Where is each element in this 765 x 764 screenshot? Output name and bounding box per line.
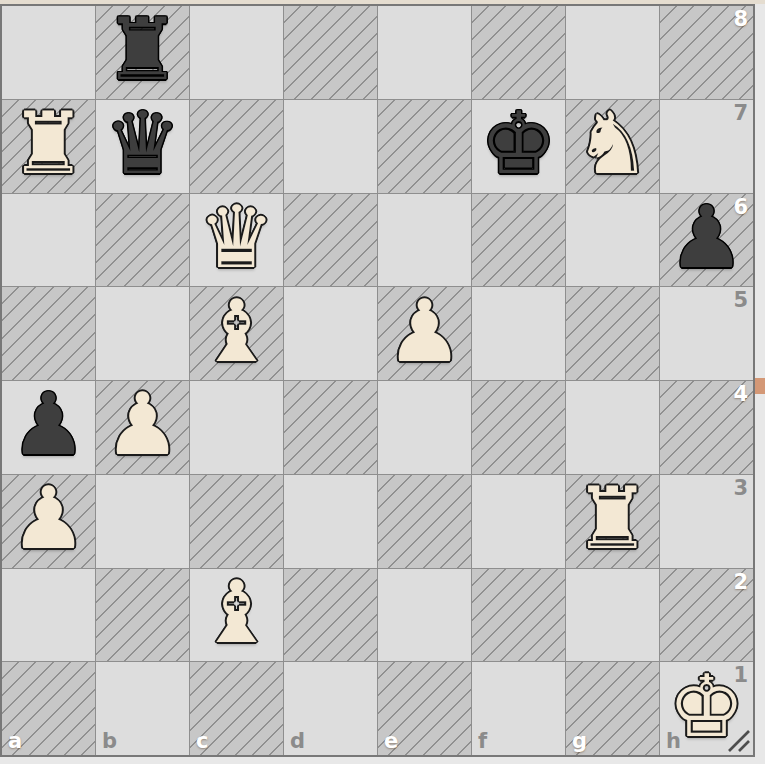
square-d6[interactable]: [284, 194, 377, 287]
square-b5[interactable]: [96, 287, 189, 380]
white-bishop-piece[interactable]: ♝: [198, 288, 275, 374]
square-d7[interactable]: [284, 100, 377, 193]
rank-label-4: 4: [733, 384, 748, 405]
square-c1[interactable]: c: [190, 662, 283, 755]
square-c7[interactable]: [190, 100, 283, 193]
file-label-e: e: [384, 731, 398, 752]
square-c8[interactable]: [190, 6, 283, 99]
square-a6[interactable]: [2, 194, 95, 287]
resize-grip-icon[interactable]: [725, 727, 751, 753]
chess-board-frame: ♜8♜♛♚♞7♛♟6♝♟5♟♟4♟♜3♝2abcdefg♚1h: [0, 4, 755, 757]
white-pawn-piece[interactable]: ♟: [104, 381, 181, 467]
white-pawn-piece[interactable]: ♟: [386, 288, 463, 374]
black-pawn-piece[interactable]: ♟: [10, 381, 87, 467]
square-e8[interactable]: [378, 6, 471, 99]
square-a3[interactable]: ♟: [2, 475, 95, 568]
white-knight-piece[interactable]: ♞: [574, 100, 651, 186]
square-a4[interactable]: ♟: [2, 381, 95, 474]
white-queen-piece[interactable]: ♛: [198, 194, 275, 280]
square-e2[interactable]: [378, 569, 471, 662]
square-b1[interactable]: b: [96, 662, 189, 755]
square-g5[interactable]: [566, 287, 659, 380]
square-a8[interactable]: [2, 6, 95, 99]
square-e3[interactable]: [378, 475, 471, 568]
square-g2[interactable]: [566, 569, 659, 662]
white-rook-piece[interactable]: ♜: [10, 100, 87, 186]
black-king-piece[interactable]: ♚: [480, 100, 557, 186]
square-h8[interactable]: 8: [660, 6, 753, 99]
square-d4[interactable]: [284, 381, 377, 474]
white-bishop-piece[interactable]: ♝: [198, 569, 275, 655]
square-f7[interactable]: ♚: [472, 100, 565, 193]
square-d5[interactable]: [284, 287, 377, 380]
square-c4[interactable]: [190, 381, 283, 474]
black-rook-piece[interactable]: ♜: [104, 6, 181, 92]
rank-label-7: 7: [733, 103, 748, 124]
square-b2[interactable]: [96, 569, 189, 662]
square-c3[interactable]: [190, 475, 283, 568]
square-a5[interactable]: [2, 287, 95, 380]
square-f8[interactable]: [472, 6, 565, 99]
accent-marker[interactable]: [755, 378, 765, 394]
chess-board: ♜8♜♛♚♞7♛♟6♝♟5♟♟4♟♜3♝2abcdefg♚1h: [2, 6, 753, 755]
file-label-f: f: [478, 731, 487, 752]
square-f1[interactable]: f: [472, 662, 565, 755]
square-e7[interactable]: [378, 100, 471, 193]
square-b4[interactable]: ♟: [96, 381, 189, 474]
square-f4[interactable]: [472, 381, 565, 474]
square-g1[interactable]: g: [566, 662, 659, 755]
square-g8[interactable]: [566, 6, 659, 99]
square-c5[interactable]: ♝: [190, 287, 283, 380]
square-a7[interactable]: ♜: [2, 100, 95, 193]
square-f2[interactable]: [472, 569, 565, 662]
square-h5[interactable]: 5: [660, 287, 753, 380]
square-g4[interactable]: [566, 381, 659, 474]
square-e5[interactable]: ♟: [378, 287, 471, 380]
square-f3[interactable]: [472, 475, 565, 568]
square-e1[interactable]: e: [378, 662, 471, 755]
file-label-a: a: [8, 731, 22, 752]
square-h6[interactable]: ♟6: [660, 194, 753, 287]
square-b7[interactable]: ♛: [96, 100, 189, 193]
rank-label-3: 3: [733, 478, 748, 499]
file-label-g: g: [572, 731, 587, 752]
square-d2[interactable]: [284, 569, 377, 662]
square-b6[interactable]: [96, 194, 189, 287]
square-h2[interactable]: 2: [660, 569, 753, 662]
square-c6[interactable]: ♛: [190, 194, 283, 287]
black-pawn-piece[interactable]: ♟: [668, 194, 745, 280]
square-d1[interactable]: d: [284, 662, 377, 755]
square-g7[interactable]: ♞: [566, 100, 659, 193]
square-f6[interactable]: [472, 194, 565, 287]
file-label-d: d: [290, 731, 305, 752]
chess-window: ♜8♜♛♚♞7♛♟6♝♟5♟♟4♟♜3♝2abcdefg♚1h: [0, 0, 765, 764]
square-d8[interactable]: [284, 6, 377, 99]
rank-label-8: 8: [733, 9, 748, 30]
square-a2[interactable]: [2, 569, 95, 662]
square-e4[interactable]: [378, 381, 471, 474]
file-label-c: c: [196, 731, 208, 752]
square-e6[interactable]: [378, 194, 471, 287]
square-h4[interactable]: 4: [660, 381, 753, 474]
square-h7[interactable]: 7: [660, 100, 753, 193]
white-rook-piece[interactable]: ♜: [574, 475, 651, 561]
rank-label-2: 2: [733, 572, 748, 593]
square-h3[interactable]: 3: [660, 475, 753, 568]
square-b3[interactable]: [96, 475, 189, 568]
square-c2[interactable]: ♝: [190, 569, 283, 662]
white-pawn-piece[interactable]: ♟: [10, 475, 87, 561]
square-g6[interactable]: [566, 194, 659, 287]
file-label-b: b: [102, 731, 117, 752]
square-b8[interactable]: ♜: [96, 6, 189, 99]
rank-label-5: 5: [733, 290, 748, 311]
square-d3[interactable]: [284, 475, 377, 568]
square-a1[interactable]: a: [2, 662, 95, 755]
black-queen-piece[interactable]: ♛: [104, 100, 181, 186]
square-g3[interactable]: ♜: [566, 475, 659, 568]
square-f5[interactable]: [472, 287, 565, 380]
